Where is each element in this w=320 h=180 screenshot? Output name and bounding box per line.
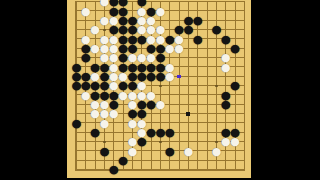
white-stone[interactable]: ● (109, 109, 118, 118)
hoshi-point (103, 29, 106, 32)
black-stone[interactable]: ● (146, 72, 155, 81)
black-stone[interactable]: ● (72, 81, 81, 90)
black-stone[interactable]: ● (165, 147, 174, 156)
white-stone[interactable]: ● (212, 147, 221, 156)
black-stone[interactable]: ● (109, 165, 118, 174)
black-stone[interactable]: ● (146, 128, 155, 137)
white-stone[interactable]: ● (230, 137, 239, 146)
black-stone[interactable]: ● (193, 16, 202, 25)
white-stone[interactable]: ● (90, 44, 99, 53)
white-stone[interactable]: ● (184, 147, 193, 156)
black-stone[interactable]: ● (100, 147, 109, 156)
white-stone[interactable]: ● (100, 16, 109, 25)
black-stone[interactable]: ● (81, 53, 90, 62)
black-stone[interactable]: ● (72, 119, 81, 128)
hoshi-point (215, 141, 218, 144)
hoshi-point (159, 85, 162, 88)
white-stone[interactable]: ● (128, 147, 137, 156)
black-stone[interactable]: ● (90, 128, 99, 137)
hoshi-point (103, 141, 106, 144)
white-stone[interactable]: ● (165, 44, 174, 53)
hoshi-point (159, 141, 162, 144)
white-stone[interactable]: ● (118, 91, 127, 100)
black-stone[interactable]: ● (221, 35, 230, 44)
black-stone[interactable]: ● (156, 72, 165, 81)
white-stone[interactable]: ● (100, 119, 109, 128)
white-stone[interactable]: ● (90, 109, 99, 118)
black-stone[interactable]: ● (184, 25, 193, 34)
white-stone[interactable]: ● (90, 25, 99, 34)
black-stone[interactable]: ● (137, 137, 146, 146)
screenshot-stage: ●●●●●●●●●●●●●●●●●●●●●●●●●●●●●●●●●●●●●●●●… (0, 0, 320, 180)
black-stone[interactable]: ● (165, 128, 174, 137)
white-stone[interactable]: ● (156, 7, 165, 16)
goban[interactable]: ●●●●●●●●●●●●●●●●●●●●●●●●●●●●●●●●●●●●●●●●… (67, 0, 251, 178)
black-stone[interactable]: ● (230, 44, 239, 53)
black-stone[interactable]: ● (221, 100, 230, 109)
marker-square-blue (177, 75, 181, 79)
black-stone[interactable]: ● (212, 25, 221, 34)
marker-square-black (186, 112, 190, 116)
black-stone[interactable]: ● (156, 128, 165, 137)
white-stone[interactable]: ● (81, 91, 90, 100)
white-stone[interactable]: ● (81, 7, 90, 16)
white-stone[interactable]: ● (221, 137, 230, 146)
white-stone[interactable]: ● (156, 100, 165, 109)
black-stone[interactable]: ● (146, 100, 155, 109)
black-stone[interactable]: ● (137, 35, 146, 44)
white-stone[interactable]: ● (221, 63, 230, 72)
white-stone[interactable]: ● (174, 44, 183, 53)
hoshi-point (215, 85, 218, 88)
black-stone[interactable]: ● (230, 81, 239, 90)
board-grid: ●●●●●●●●●●●●●●●●●●●●●●●●●●●●●●●●●●●●●●●●… (75, 1, 245, 171)
white-stone[interactable]: ● (128, 119, 137, 128)
black-stone[interactable]: ● (118, 156, 127, 165)
black-stone[interactable]: ● (193, 35, 202, 44)
white-stone[interactable]: ● (165, 72, 174, 81)
white-stone[interactable]: ● (100, 0, 109, 7)
